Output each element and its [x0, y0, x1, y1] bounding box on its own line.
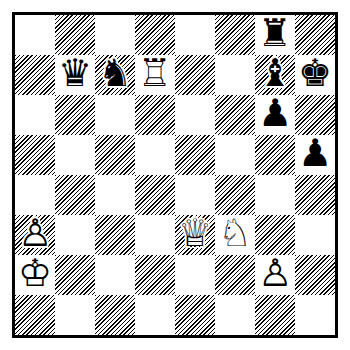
square-g3 [255, 215, 295, 255]
square-a6 [15, 95, 55, 135]
square-d1 [135, 295, 175, 335]
square-g7: ♝ [255, 55, 295, 95]
square-e4 [175, 175, 215, 215]
square-d4 [135, 175, 175, 215]
square-c8 [95, 15, 135, 55]
piece-white-pawn-g2: ♟♙ [255, 255, 295, 295]
square-h5: ♟ [295, 135, 335, 175]
square-h7: ♚ [295, 55, 335, 95]
square-f7 [215, 55, 255, 95]
square-h8 [295, 15, 335, 55]
black-rook-icon: ♜ [258, 14, 292, 52]
square-b5 [55, 135, 95, 175]
square-f8 [215, 15, 255, 55]
square-a7 [15, 55, 55, 95]
square-f1 [215, 295, 255, 335]
piece-white-rook-d7: ♜♖ [135, 55, 175, 95]
square-b1 [55, 295, 95, 335]
square-d5 [135, 135, 175, 175]
square-b2 [55, 255, 95, 295]
square-f6 [215, 95, 255, 135]
piece-black-bishop-g7: ♝ [255, 55, 295, 95]
square-b8 [55, 15, 95, 55]
square-e5 [175, 135, 215, 175]
square-c4 [95, 175, 135, 215]
piece-white-king-a2: ♚♔ [15, 255, 55, 295]
square-f4 [215, 175, 255, 215]
piece-black-knight-c7: ♞ [95, 55, 135, 95]
piece-white-pawn-a3: ♟♙ [15, 215, 55, 255]
square-d7: ♜♖ [135, 55, 175, 95]
square-g2: ♟♙ [255, 255, 295, 295]
piece-white-queen-e3: ♛♕ [175, 215, 215, 255]
square-a4 [15, 175, 55, 215]
square-e2 [175, 255, 215, 295]
square-g4 [255, 175, 295, 215]
white-king-outline-icon: ♔ [18, 254, 52, 292]
white-knight-outline-icon: ♘ [218, 214, 252, 252]
square-c3 [95, 215, 135, 255]
square-h2 [295, 255, 335, 295]
black-bishop-icon: ♝ [258, 54, 292, 92]
square-e1 [175, 295, 215, 335]
square-a8 [15, 15, 55, 55]
square-c2 [95, 255, 135, 295]
piece-black-king-h7: ♚ [295, 55, 335, 95]
square-d3 [135, 215, 175, 255]
black-knight-icon: ♞ [98, 54, 132, 92]
white-queen-outline-icon: ♕ [178, 214, 212, 252]
square-c6 [95, 95, 135, 135]
square-c1 [95, 295, 135, 335]
square-h6 [295, 95, 335, 135]
square-f3: ♞♘ [215, 215, 255, 255]
square-e8 [175, 15, 215, 55]
square-a1 [15, 295, 55, 335]
piece-white-knight-f3: ♞♘ [215, 215, 255, 255]
chess-diagram-page: ♜♛♞♜♖♝♚♟♟♟♙♛♕♞♘♚♔♟♙ [0, 0, 350, 350]
square-a3: ♟♙ [15, 215, 55, 255]
black-pawn-icon: ♟ [258, 94, 292, 132]
square-c7: ♞ [95, 55, 135, 95]
piece-black-rook-g8: ♜ [255, 15, 295, 55]
square-a5 [15, 135, 55, 175]
square-e7 [175, 55, 215, 95]
white-rook-outline-icon: ♖ [138, 54, 172, 92]
square-g6: ♟ [255, 95, 295, 135]
white-pawn-outline-icon: ♙ [258, 254, 292, 292]
square-g1 [255, 295, 295, 335]
square-b7: ♛ [55, 55, 95, 95]
piece-black-pawn-g6: ♟ [255, 95, 295, 135]
square-b4 [55, 175, 95, 215]
piece-black-queen-b7: ♛ [55, 55, 95, 95]
square-c5 [95, 135, 135, 175]
square-d2 [135, 255, 175, 295]
square-d8 [135, 15, 175, 55]
square-g5 [255, 135, 295, 175]
piece-black-pawn-h5: ♟ [295, 135, 335, 175]
square-h3 [295, 215, 335, 255]
square-b6 [55, 95, 95, 135]
square-d6 [135, 95, 175, 135]
square-f5 [215, 135, 255, 175]
black-pawn-icon: ♟ [298, 134, 332, 172]
square-g8: ♜ [255, 15, 295, 55]
black-queen-icon: ♛ [58, 54, 92, 92]
square-b3 [55, 215, 95, 255]
square-e3: ♛♕ [175, 215, 215, 255]
square-h4 [295, 175, 335, 215]
white-pawn-outline-icon: ♙ [18, 214, 52, 252]
square-h1 [295, 295, 335, 335]
black-king-icon: ♚ [298, 54, 332, 92]
square-a2: ♚♔ [15, 255, 55, 295]
square-e6 [175, 95, 215, 135]
chess-board: ♜♛♞♜♖♝♚♟♟♟♙♛♕♞♘♚♔♟♙ [12, 12, 338, 338]
square-f2 [215, 255, 255, 295]
